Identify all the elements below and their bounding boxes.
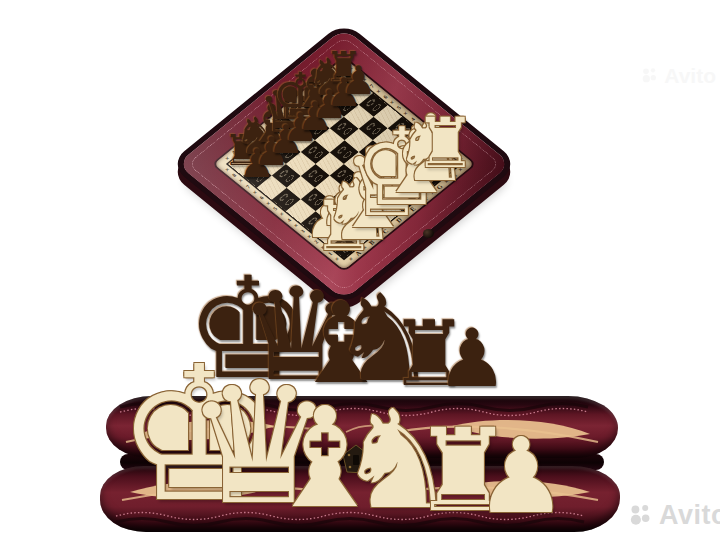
avito-logo-icon <box>627 502 655 530</box>
display-piece-white-knight: ♞ <box>336 392 458 528</box>
white-pieces-display-row: ♚♛♝♞♜♟ <box>0 0 720 540</box>
watermark-edge: Avito <box>640 64 716 88</box>
display-piece-white-bishop: ♝ <box>263 390 387 528</box>
display-piece-white-king: ♚ <box>116 342 283 528</box>
avito-logo-icon <box>640 66 660 86</box>
display-piece-white-queen: ♛ <box>184 360 335 528</box>
watermark-text: Avito <box>664 64 716 88</box>
display-piece-white-rook: ♜ <box>412 414 514 528</box>
watermark-corner: Avito <box>627 500 720 531</box>
display-piece-white-pawn: ♟ <box>474 424 567 528</box>
watermark-text: Avito <box>659 500 720 531</box>
product-photo: ✕A✕B✕C✕D✕E✕F✕G✕H✕ ✕A✕B✕C✕D✕E✕F✕G✕H✕ ✕8✕7… <box>0 0 720 540</box>
